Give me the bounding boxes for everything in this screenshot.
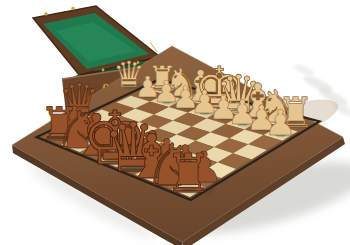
lid-hinge-icon [44, 12, 48, 16]
chess-set-scene: ♛♜♞♟♝♟♚♟♛♟♛♝♟♞♟♜♟♟♟♜♟♟♞♟♝♟♚♟♛♟♝♟♞♜ [0, 0, 350, 245]
hinge-pin-icon [102, 69, 105, 72]
chess-set-photo: ♛♜♞♟♝♟♚♟♛♟♛♝♟♞♟♜♟♟♟♜♟♟♞♟♝♟♚♟♛♟♝♟♞♜ [0, 0, 350, 245]
piece-light-pawn-a2[interactable]: ♟ [264, 102, 297, 143]
lid-hinge-icon [71, 7, 75, 11]
piece-dark-rook-a8[interactable]: ♜ [165, 142, 215, 205]
rook-glyph: ♜ [165, 142, 213, 205]
pawn-glyph: ♟ [264, 102, 296, 143]
